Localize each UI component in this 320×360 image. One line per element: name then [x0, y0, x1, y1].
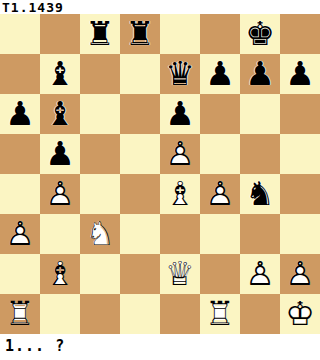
square-c3[interactable]: ♞♘: [80, 214, 120, 254]
square-b7[interactable]: ♝: [40, 54, 80, 94]
square-c2[interactable]: [80, 254, 120, 294]
piece-white-rook: ♜♖: [200, 294, 240, 334]
square-f5[interactable]: [200, 134, 240, 174]
piece-black-pawn: ♟: [280, 54, 320, 94]
piece-black-rook: ♜: [80, 14, 120, 54]
piece-black-king: ♚: [240, 14, 280, 54]
square-h3[interactable]: [280, 214, 320, 254]
move-prompt: 1... ?: [5, 337, 65, 355]
square-b5[interactable]: ♟: [40, 134, 80, 174]
square-d7[interactable]: [120, 54, 160, 94]
piece-black-pawn: ♟: [40, 134, 80, 174]
piece-black-pawn: ♟: [240, 54, 280, 94]
square-e8[interactable]: [160, 14, 200, 54]
square-d6[interactable]: [120, 94, 160, 134]
square-b3[interactable]: [40, 214, 80, 254]
square-f4[interactable]: ♟♙: [200, 174, 240, 214]
piece-white-bishop: ♝♗: [160, 174, 200, 214]
square-e7[interactable]: ♛: [160, 54, 200, 94]
square-d1[interactable]: [120, 294, 160, 334]
square-h2[interactable]: ♟♙: [280, 254, 320, 294]
piece-white-king: ♚♔: [280, 294, 320, 334]
piece-black-queen: ♛: [160, 54, 200, 94]
piece-white-bishop: ♝♗: [40, 254, 80, 294]
piece-white-pawn: ♟♙: [40, 174, 80, 214]
square-a8[interactable]: [0, 14, 40, 54]
square-g6[interactable]: [240, 94, 280, 134]
square-f3[interactable]: [200, 214, 240, 254]
square-h1[interactable]: ♚♔: [280, 294, 320, 334]
square-h8[interactable]: [280, 14, 320, 54]
square-a2[interactable]: [0, 254, 40, 294]
square-g4[interactable]: ♞: [240, 174, 280, 214]
square-c6[interactable]: [80, 94, 120, 134]
piece-black-bishop: ♝: [40, 94, 80, 134]
piece-black-bishop: ♝: [40, 54, 80, 94]
piece-white-pawn: ♟♙: [200, 174, 240, 214]
square-c8[interactable]: ♜: [80, 14, 120, 54]
square-a1[interactable]: ♜♖: [0, 294, 40, 334]
chess-board: ♜♜♚♝♛♟♟♟♟♝♟♟♟♙♟♙♝♗♟♙♞♟♙♞♘♝♗♛♕♟♙♟♙♜♖♜♖♚♔: [0, 14, 320, 334]
square-c1[interactable]: [80, 294, 120, 334]
square-g3[interactable]: [240, 214, 280, 254]
piece-black-pawn: ♟: [200, 54, 240, 94]
square-d5[interactable]: [120, 134, 160, 174]
piece-white-pawn: ♟♙: [160, 134, 200, 174]
square-e4[interactable]: ♝♗: [160, 174, 200, 214]
puzzle-title: T1.1439: [2, 0, 64, 14]
square-g8[interactable]: ♚: [240, 14, 280, 54]
piece-white-queen: ♛♕: [160, 254, 200, 294]
square-b1[interactable]: [40, 294, 80, 334]
square-h5[interactable]: [280, 134, 320, 174]
square-g1[interactable]: [240, 294, 280, 334]
square-f8[interactable]: [200, 14, 240, 54]
square-e1[interactable]: [160, 294, 200, 334]
square-f1[interactable]: ♜♖: [200, 294, 240, 334]
piece-white-rook: ♜♖: [0, 294, 40, 334]
square-c7[interactable]: [80, 54, 120, 94]
square-f7[interactable]: ♟: [200, 54, 240, 94]
square-b2[interactable]: ♝♗: [40, 254, 80, 294]
square-g2[interactable]: ♟♙: [240, 254, 280, 294]
square-a5[interactable]: [0, 134, 40, 174]
square-c4[interactable]: [80, 174, 120, 214]
square-a3[interactable]: ♟♙: [0, 214, 40, 254]
square-a4[interactable]: [0, 174, 40, 214]
square-b6[interactable]: ♝: [40, 94, 80, 134]
square-d8[interactable]: ♜: [120, 14, 160, 54]
square-e2[interactable]: ♛♕: [160, 254, 200, 294]
piece-black-pawn: ♟: [0, 94, 40, 134]
square-b4[interactable]: ♟♙: [40, 174, 80, 214]
piece-black-rook: ♜: [120, 14, 160, 54]
square-e6[interactable]: ♟: [160, 94, 200, 134]
piece-black-pawn: ♟: [160, 94, 200, 134]
square-h7[interactable]: ♟: [280, 54, 320, 94]
square-h6[interactable]: [280, 94, 320, 134]
square-f2[interactable]: [200, 254, 240, 294]
square-f6[interactable]: [200, 94, 240, 134]
piece-white-pawn: ♟♙: [240, 254, 280, 294]
piece-black-knight: ♞: [240, 174, 280, 214]
square-g7[interactable]: ♟: [240, 54, 280, 94]
square-e3[interactable]: [160, 214, 200, 254]
square-d4[interactable]: [120, 174, 160, 214]
piece-white-pawn: ♟♙: [280, 254, 320, 294]
square-e5[interactable]: ♟♙: [160, 134, 200, 174]
square-c5[interactable]: [80, 134, 120, 174]
square-d3[interactable]: [120, 214, 160, 254]
piece-white-pawn: ♟♙: [0, 214, 40, 254]
square-b8[interactable]: [40, 14, 80, 54]
square-g5[interactable]: [240, 134, 280, 174]
square-a7[interactable]: [0, 54, 40, 94]
square-d2[interactable]: [120, 254, 160, 294]
square-a6[interactable]: ♟: [0, 94, 40, 134]
square-h4[interactable]: [280, 174, 320, 214]
piece-white-knight: ♞♘: [80, 214, 120, 254]
